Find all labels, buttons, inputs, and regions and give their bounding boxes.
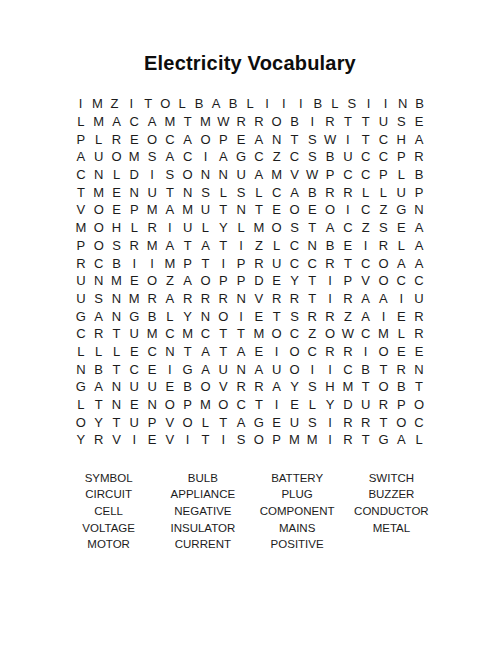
grid-cell: M [161,115,179,128]
grid-cell: G [179,363,197,376]
grid-cell: E [125,398,143,411]
grid-cell: L [303,398,321,411]
grid-cell: I [161,221,179,234]
grid-cell: O [375,380,393,393]
grid-cell: I [197,150,215,163]
grid-cell: A [357,292,375,305]
grid-cell: T [161,186,179,199]
grid-cell: C [125,115,143,128]
grid-cell: L [250,186,268,199]
grid-cell: S [108,239,126,252]
grid-cell: I [375,310,393,323]
grid-cell: C [250,150,268,163]
grid-cell: T [90,398,108,411]
grid-cell: A [179,133,197,146]
grid-cell: R [268,292,286,305]
grid-cell: O [90,221,108,234]
word-search-grid: IMZITOLBABLIIIBLSIINBLMACAMTMWRROBIRTTUS… [72,95,428,449]
grid-cell: N [268,133,286,146]
word-item: SYMBOL [62,470,156,487]
grid-cell: O [179,168,197,181]
grid-cell: A [161,150,179,163]
grid-cell: I [357,345,375,358]
grid-cell: T [375,416,393,429]
grid-row: LLLECNTATAEIOCRRIOEE [72,343,428,361]
grid-cell: R [339,416,357,429]
grid-cell: A [197,363,215,376]
grid-cell: A [250,133,268,146]
grid-cell: N [232,363,250,376]
grid-cell: T [303,221,321,234]
grid-cell: I [321,363,339,376]
grid-cell: I [321,292,339,305]
grid-row: CNLDISONNUAMVWPCCPLB [72,166,428,184]
grid-cell: L [174,97,191,110]
grid-cell: I [303,363,321,376]
grid-cell: T [339,115,357,128]
grid-cell: R [339,433,357,446]
grid-cell: E [268,203,286,216]
grid-cell: L [108,345,126,358]
grid-cell: I [360,97,377,110]
grid-row: LTNENOPMOCTIELYDURPO [72,396,428,414]
grid-cell: S [343,97,360,110]
grid-cell: E [250,345,268,358]
grid-cell: O [410,398,428,411]
grid-cell: L [392,327,410,340]
grid-cell: T [214,239,232,252]
grid-cell: N [197,310,215,323]
grid-cell: L [392,239,410,252]
grid-cell: O [197,133,215,146]
grid-cell: E [339,239,357,252]
grid-cell: U [268,257,286,270]
grid-cell: I [72,97,89,110]
grid-cell: I [125,433,143,446]
grid-cell: N [161,345,179,358]
grid-cell: W [321,133,339,146]
word-item: APPLIANCE [156,486,250,503]
grid-cell: A [108,115,126,128]
grid-cell: T [197,433,215,446]
grid-cell: U [125,416,143,429]
grid-cell: A [161,203,179,216]
grid-cell: A [143,115,161,128]
grid-cell: Y [179,310,197,323]
grid-cell: C [143,345,161,358]
grid-cell: C [125,363,143,376]
grid-cell: R [339,345,357,358]
grid-cell: T [72,186,90,199]
grid-cell: Z [339,310,357,323]
grid-row: GANGBLYNOIETSRRZAIER [72,307,428,325]
grid-cell: U [143,380,161,393]
grid-cell: P [410,186,428,199]
grid-cell: A [410,257,428,270]
grid-cell: L [90,345,108,358]
grid-cell: R [125,239,143,252]
grid-cell: E [392,310,410,323]
grid-row: UNMEOZAOPPDEYTIPVOCC [72,272,428,290]
grid-cell: L [410,433,428,446]
grid-cell: C [72,168,90,181]
grid-cell: R [321,186,339,199]
grid-cell: D [125,168,143,181]
grid-row: CRTUMCMCTTMOCZOWCMLR [72,325,428,343]
grid-cell: G [392,203,410,216]
grid-cell: O [214,310,232,323]
grid-cell: C [303,345,321,358]
grid-cell: Z [106,97,123,110]
grid-cell: U [125,327,143,340]
grid-cell: L [214,186,232,199]
grid-cell: C [375,133,393,146]
grid-cell: E [161,380,179,393]
grid-cell: G [72,380,90,393]
grid-cell: A [375,292,393,305]
grid-cell: R [143,292,161,305]
grid-cell: L [357,186,375,199]
grid-row: TMENUTNSLSLCABRRLLUP [72,183,428,201]
word-item: BATTERY [250,470,344,487]
grid-cell: P [375,168,393,181]
grid-cell: B [286,115,304,128]
grid-cell: P [339,274,357,287]
grid-cell: M [143,239,161,252]
grid-row: USNMRARRRNVRRTIRAAIU [72,290,428,308]
grid-cell: A [161,239,179,252]
grid-cell: U [268,363,286,376]
grid-cell: O [143,133,161,146]
grid-cell: C [410,416,428,429]
grid-cell: M [268,168,286,181]
grid-cell: I [143,257,161,270]
grid-cell: A [208,97,225,110]
grid-cell: T [214,327,232,340]
grid-cell: C [286,239,304,252]
grid-cell: R [392,363,410,376]
grid-cell: G [250,416,268,429]
word-item: COMPONENT [250,503,344,520]
grid-cell: T [179,115,197,128]
grid-cell: U [143,186,161,199]
grid-row: NBTCEIGAUNAUOIICBTRN [72,360,428,378]
grid-cell: I [392,292,410,305]
grid-cell: R [250,257,268,270]
grid-cell: M [179,203,197,216]
grid-cell: V [72,203,90,216]
grid-cell: O [90,239,108,252]
grid-cell: E [125,345,143,358]
grid-cell: L [72,398,90,411]
grid-cell: R [375,239,393,252]
grid-cell: C [410,274,428,287]
grid-cell: A [197,239,215,252]
grid-cell: B [410,168,428,181]
grid-cell: T [179,239,197,252]
grid-cell: L [90,133,108,146]
grid-cell: V [108,433,126,446]
grid-cell: R [250,380,268,393]
grid-cell: I [179,433,197,446]
grid-cell: N [108,292,126,305]
grid-cell: C [357,168,375,181]
grid-cell: M [90,186,108,199]
grid-cell: C [392,274,410,287]
grid-cell: O [157,97,174,110]
grid-cell: S [392,115,410,128]
grid-cell: V [357,274,375,287]
grid-cell: T [214,345,232,358]
grid-cell: N [303,239,321,252]
grid-cell: R [321,310,339,323]
grid-cell: B [225,97,242,110]
grid-cell: I [258,97,275,110]
grid-cell: V [286,168,304,181]
grid-cell: T [286,133,304,146]
grid-cell: R [321,115,339,128]
grid-cell: W [339,327,357,340]
grid-cell: D [250,274,268,287]
grid-cell: O [321,327,339,340]
grid-cell: U [410,292,428,305]
grid-cell: B [143,310,161,323]
grid-cell: C [357,257,375,270]
grid-cell: R [232,380,250,393]
grid-cell: S [232,433,250,446]
grid-cell: O [375,257,393,270]
grid-cell: A [410,221,428,234]
grid-cell: R [179,292,197,305]
grid-cell: G [125,310,143,323]
grid-cell: T [197,257,215,270]
grid-cell: B [392,380,410,393]
grid-cell: R [410,327,428,340]
grid-cell: A [90,380,108,393]
grid-cell: S [303,133,321,146]
grid-cell: A [72,150,90,163]
grid-cell: C [303,257,321,270]
grid-cell: S [161,168,179,181]
grid-cell: U [286,416,304,429]
word-item: NEGATIVE [156,503,250,520]
grid-cell: M [125,292,143,305]
grid-row: PLREOCAOPEANTSWITCHA [72,130,428,148]
grid-cell: P [214,274,232,287]
grid-cell: Y [286,380,304,393]
grid-cell: R [197,292,215,305]
grid-cell: M [197,115,215,128]
word-item: SWITCH [344,470,438,487]
grid-cell: S [232,186,250,199]
grid-cell: U [72,274,90,287]
grid-cell: E [232,133,250,146]
grid-row: POSRMATATIZLCNBEIRLA [72,237,428,255]
grid-cell: I [143,168,161,181]
grid-cell: N [394,97,411,110]
grid-cell: L [232,221,250,234]
grid-cell: E [268,274,286,287]
grid-cell: I [357,239,375,252]
grid-cell: T [108,327,126,340]
grid-cell: B [411,97,428,110]
grid-cell: M [303,433,321,446]
grid-cell: T [214,416,232,429]
grid-cell: S [143,150,161,163]
grid-cell: R [143,221,161,234]
grid-cell: S [303,380,321,393]
grid-cell: C [339,363,357,376]
grid-cell: A [214,150,232,163]
grid-cell: C [375,150,393,163]
grid-cell: I [214,433,232,446]
grid-cell: C [286,257,304,270]
grid-row: YRVIEVITISOPMMIRTGAL [72,431,428,449]
grid-cell: L [197,416,215,429]
grid-cell: A [286,186,304,199]
grid-cell: M [161,257,179,270]
grid-cell: P [214,133,232,146]
grid-cell: T [232,327,250,340]
grid-cell: R [375,398,393,411]
word-item-empty [344,536,438,553]
grid-cell: I [232,239,250,252]
grid-cell: V [214,380,232,393]
grid-cell: E [108,186,126,199]
grid-cell: L [108,168,126,181]
grid-cell: O [321,203,339,216]
grid-cell: G [375,433,393,446]
grid-cell: B [108,257,126,270]
grid-cell: O [179,416,197,429]
grid-cell: A [232,345,250,358]
word-item: VOLTAGE [62,520,156,537]
grid-cell: P [232,257,250,270]
grid-row: RCBIIMPTIPRUCCRTCOAA [72,254,428,272]
grid-cell: E [250,310,268,323]
grid-cell: L [268,239,286,252]
grid-cell: N [197,168,215,181]
grid-cell: S [90,292,108,305]
grid-cell: I [275,97,292,110]
grid-cell: P [392,150,410,163]
grid-cell: G [72,310,90,323]
grid-cell: I [292,97,309,110]
grid-cell: R [232,115,250,128]
grid-cell: Y [286,274,304,287]
grid-cell: R [410,150,428,163]
word-item: MAINS [250,520,344,537]
grid-cell: O [268,327,286,340]
grid-cell: I [268,398,286,411]
grid-cell: C [179,150,197,163]
word-item: CELL [62,503,156,520]
grid-cell: M [286,433,304,446]
grid-cell: R [339,186,357,199]
grid-cell: I [321,274,339,287]
grid-cell: M [125,150,143,163]
grid-cell: P [72,239,90,252]
grid-cell: B [179,380,197,393]
grid-cell: O [392,416,410,429]
grid-cell: T [179,345,197,358]
grid-cell: O [286,363,304,376]
grid-cell: T [357,433,375,446]
grid-cell: T [108,363,126,376]
grid-cell: U [72,292,90,305]
grid-cell: T [250,203,268,216]
grid-cell: T [303,274,321,287]
grid-cell: N [72,363,90,376]
grid-cell: P [232,274,250,287]
word-item: BULB [156,470,250,487]
grid-cell: W [214,115,232,128]
grid-cell: B [303,186,321,199]
grid-cell: T [357,380,375,393]
grid-cell: O [90,203,108,216]
grid-cell: O [214,398,232,411]
grid-cell: A [321,221,339,234]
grid-cell: U [197,203,215,216]
grid-cell: E [303,203,321,216]
grid-cell: N [214,168,232,181]
grid-cell: I [232,310,250,323]
grid-row: GANUUEBOVRRAYSHMTOBT [72,378,428,396]
grid-cell: B [90,363,108,376]
grid-cell: P [143,416,161,429]
grid-cell: P [392,398,410,411]
grid-cell: I [303,115,321,128]
grid-cell: A [268,380,286,393]
grid-cell: V [250,292,268,305]
grid-cell: M [108,274,126,287]
grid-cell: S [303,416,321,429]
grid-cell: O [250,433,268,446]
grid-row: AUOMSACIAGCZCSBUCCPR [72,148,428,166]
grid-cell: N [410,363,428,376]
grid-cell: R [321,345,339,358]
grid-cell: A [410,239,428,252]
grid-cell: N [108,398,126,411]
grid-cell: T [250,398,268,411]
grid-cell: N [125,186,143,199]
grid-cell: I [125,257,143,270]
grid-cell: I [214,257,232,270]
grid-cell: H [392,133,410,146]
word-item: MOTOR [62,536,156,553]
grid-cell: Z [268,150,286,163]
grid-cell: N [232,292,250,305]
grid-cell: M [143,203,161,216]
grid-cell: B [191,97,208,110]
grid-cell: E [143,433,161,446]
grid-cell: N [108,310,126,323]
grid-cell: N [179,186,197,199]
grid-cell: M [375,327,393,340]
word-item: BUZZER [344,486,438,503]
grid-cell: O [108,150,126,163]
grid-cell: L [326,97,343,110]
grid-cell: R [339,292,357,305]
grid-cell: Z [161,274,179,287]
grid-cell: Z [303,327,321,340]
grid-cell: Y [90,416,108,429]
word-item: CURRENT [156,536,250,553]
grid-row: IMZITOLBABLIIIBLSIINB [72,95,428,113]
grid-cell: E [108,203,126,216]
grid-row: VOEPMAMUTNTEOEOICZGN [72,201,428,219]
grid-cell: O [143,274,161,287]
